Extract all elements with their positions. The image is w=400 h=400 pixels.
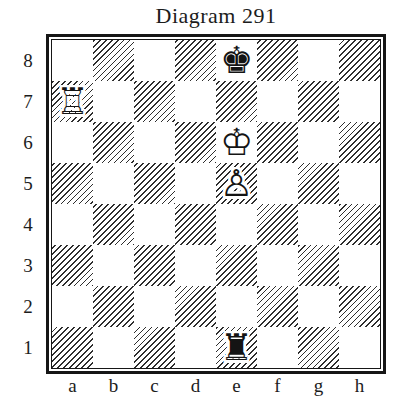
square-a7[interactable]: ♖ xyxy=(52,81,93,122)
file-label-d: d xyxy=(175,375,216,397)
chess-board: ♚♖♔♙♜ xyxy=(52,40,380,368)
square-a5[interactable] xyxy=(52,163,93,204)
rank-label-3: 3 xyxy=(16,245,40,286)
square-d4[interactable] xyxy=(175,204,216,245)
square-c3[interactable] xyxy=(134,245,175,286)
square-h8[interactable] xyxy=(339,40,380,81)
square-a4[interactable] xyxy=(52,204,93,245)
piece-white-pawn[interactable]: ♙ xyxy=(220,163,253,204)
square-e3[interactable] xyxy=(216,245,257,286)
square-f2[interactable] xyxy=(257,286,298,327)
square-g5[interactable] xyxy=(298,163,339,204)
square-e6[interactable]: ♔ xyxy=(216,122,257,163)
file-label-c: c xyxy=(134,375,175,397)
square-b8[interactable] xyxy=(93,40,134,81)
square-e8[interactable]: ♚ xyxy=(216,40,257,81)
square-b4[interactable] xyxy=(93,204,134,245)
square-g8[interactable] xyxy=(298,40,339,81)
square-d5[interactable] xyxy=(175,163,216,204)
file-label-a: a xyxy=(52,375,93,397)
file-label-h: h xyxy=(339,375,380,397)
square-h6[interactable] xyxy=(339,122,380,163)
square-f3[interactable] xyxy=(257,245,298,286)
piece-white-king[interactable]: ♔ xyxy=(220,122,253,163)
rank-label-7: 7 xyxy=(16,81,40,122)
square-d7[interactable] xyxy=(175,81,216,122)
square-c4[interactable] xyxy=(134,204,175,245)
square-a3[interactable] xyxy=(52,245,93,286)
square-a6[interactable] xyxy=(52,122,93,163)
square-h5[interactable] xyxy=(339,163,380,204)
piece-white-rook[interactable]: ♖ xyxy=(56,81,89,122)
square-d2[interactable] xyxy=(175,286,216,327)
square-c2[interactable] xyxy=(134,286,175,327)
square-g4[interactable] xyxy=(298,204,339,245)
square-c5[interactable] xyxy=(134,163,175,204)
rank-label-6: 6 xyxy=(16,122,40,163)
file-labels: abcdefgh xyxy=(52,375,380,397)
square-b2[interactable] xyxy=(93,286,134,327)
square-b7[interactable] xyxy=(93,81,134,122)
square-c6[interactable] xyxy=(134,122,175,163)
square-d8[interactable] xyxy=(175,40,216,81)
square-c8[interactable] xyxy=(134,40,175,81)
square-g6[interactable] xyxy=(298,122,339,163)
rank-label-1: 1 xyxy=(16,327,40,368)
square-f5[interactable] xyxy=(257,163,298,204)
square-f4[interactable] xyxy=(257,204,298,245)
square-h1[interactable] xyxy=(339,327,380,368)
square-f1[interactable] xyxy=(257,327,298,368)
square-e2[interactable] xyxy=(216,286,257,327)
square-e7[interactable] xyxy=(216,81,257,122)
square-b1[interactable] xyxy=(93,327,134,368)
square-g2[interactable] xyxy=(298,286,339,327)
square-f8[interactable] xyxy=(257,40,298,81)
square-b6[interactable] xyxy=(93,122,134,163)
piece-black-rook[interactable]: ♜ xyxy=(220,327,253,368)
square-a8[interactable] xyxy=(52,40,93,81)
rank-label-8: 8 xyxy=(16,40,40,81)
square-h3[interactable] xyxy=(339,245,380,286)
file-label-f: f xyxy=(257,375,298,397)
square-e4[interactable] xyxy=(216,204,257,245)
square-d3[interactable] xyxy=(175,245,216,286)
square-c7[interactable] xyxy=(134,81,175,122)
chess-board-inner-border: ♚♖♔♙♜ xyxy=(51,39,381,369)
square-e5[interactable]: ♙ xyxy=(216,163,257,204)
rank-label-4: 4 xyxy=(16,204,40,245)
file-label-e: e xyxy=(216,375,257,397)
file-label-b: b xyxy=(93,375,134,397)
square-d6[interactable] xyxy=(175,122,216,163)
square-f7[interactable] xyxy=(257,81,298,122)
square-h2[interactable] xyxy=(339,286,380,327)
square-g1[interactable] xyxy=(298,327,339,368)
square-f6[interactable] xyxy=(257,122,298,163)
chess-board-frame: ♚♖♔♙♜ xyxy=(46,34,386,374)
square-g7[interactable] xyxy=(298,81,339,122)
rank-label-2: 2 xyxy=(16,286,40,327)
file-label-g: g xyxy=(298,375,339,397)
square-a2[interactable] xyxy=(52,286,93,327)
square-a1[interactable] xyxy=(52,327,93,368)
square-h4[interactable] xyxy=(339,204,380,245)
rank-label-5: 5 xyxy=(16,163,40,204)
square-b5[interactable] xyxy=(93,163,134,204)
square-g3[interactable] xyxy=(298,245,339,286)
diagram-title: Diagram 291 xyxy=(46,3,386,29)
rank-labels: 87654321 xyxy=(16,40,40,368)
square-d1[interactable] xyxy=(175,327,216,368)
square-b3[interactable] xyxy=(93,245,134,286)
square-c1[interactable] xyxy=(134,327,175,368)
square-h7[interactable] xyxy=(339,81,380,122)
chess-diagram: Diagram 291 87654321 ♚♖♔♙♜ abcdefgh xyxy=(0,0,400,400)
piece-black-king[interactable]: ♚ xyxy=(220,40,253,81)
square-e1[interactable]: ♜ xyxy=(216,327,257,368)
